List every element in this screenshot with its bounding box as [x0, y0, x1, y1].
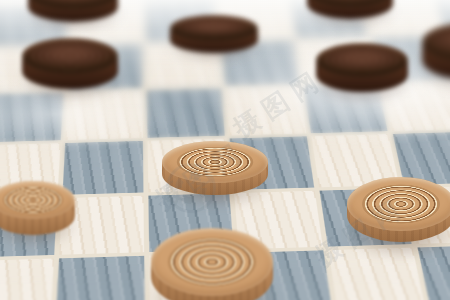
checker-piece-dark[interactable]: [422, 23, 450, 79]
pieces-layer: [0, 0, 450, 300]
checker-piece-dark[interactable]: [170, 15, 258, 53]
checkers-photo-scene: 摄图网摄图网摄图网: [0, 0, 450, 300]
piece-top-face: [347, 177, 450, 231]
piece-top-face: [22, 38, 118, 74]
piece-top-face: [316, 43, 408, 77]
checker-piece-light[interactable]: [0, 181, 75, 235]
checker-piece-light[interactable]: [162, 141, 268, 195]
checker-piece-light[interactable]: [151, 228, 273, 300]
piece-top-face: [151, 228, 273, 296]
checker-piece-dark[interactable]: [307, 0, 393, 19]
checker-piece-dark[interactable]: [28, 0, 118, 22]
checker-piece-dark[interactable]: [316, 43, 408, 92]
piece-top-face: [162, 141, 268, 183]
checker-piece-light[interactable]: [347, 177, 450, 242]
piece-top-face: [170, 15, 258, 41]
checker-piece-dark[interactable]: [22, 38, 118, 89]
